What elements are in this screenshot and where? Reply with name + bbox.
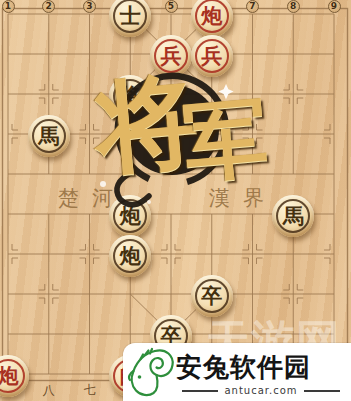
site-watermark-card: 安兔软件园 antucar.com [123, 343, 351, 401]
watermark-domain: antucar.com [181, 385, 341, 396]
sparkle-icon [147, 200, 151, 204]
domain-rule-left [182, 390, 218, 392]
watermark-domain-text: antucar.com [224, 385, 297, 396]
domain-rule-right [304, 390, 340, 392]
ram-logo-icon [126, 346, 176, 400]
watermark-site-name: 安兔软件园 [176, 350, 348, 385]
check-banner-char-jun: 军 [180, 94, 271, 185]
xiangqi-game-screen: 123456789九八七六五四三二一 楚河 漢界 士炮兵兵将馬炮馬炮卒卒炮帥 天… [0, 0, 351, 401]
